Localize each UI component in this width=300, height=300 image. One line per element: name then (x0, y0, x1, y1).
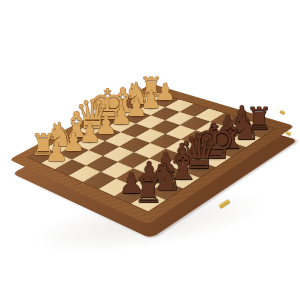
piece-white-pawn-e2: ♟ (110, 104, 132, 129)
piece-contact-shadow (155, 187, 176, 193)
piece-black-queen-d8: ♛ (179, 131, 220, 176)
piece-white-rook-a1: ♜ (30, 130, 57, 160)
piece-contact-shadow (187, 165, 212, 172)
piece-contact-shadow (144, 106, 157, 110)
piece-black-pawn-e7: ♟ (186, 130, 210, 157)
piece-contact-shadow (49, 158, 63, 162)
piece-contact-shadow (141, 180, 157, 184)
piece-contact-shadow (158, 170, 173, 174)
pieces-layer: ♜♞♝♛♚♝♞♜♟♟♟♟♟♟♟♟♟♟♟♟♟♟♟♟♜♞♝♛♚♝♞♜ (0, 0, 300, 300)
piece-contact-shadow (35, 152, 51, 156)
piece-contact-shadow (251, 127, 268, 132)
piece-black-knight-g8: ♞ (229, 110, 260, 145)
piece-black-pawn-a7: ♟ (119, 170, 145, 199)
piece-contact-shadow (130, 114, 143, 118)
piece-black-pawn-c7: ♟ (153, 149, 178, 177)
piece-white-pawn-f2: ♟ (125, 96, 147, 120)
piece-black-pawn-h7: ♟ (230, 103, 253, 129)
piece-contact-shadow (144, 94, 159, 98)
piece-white-pawn-b2: ♟ (62, 130, 85, 156)
piece-contact-shadow (96, 116, 119, 122)
piece-contact-shadow (67, 134, 87, 139)
piece-contact-shadow (81, 125, 103, 131)
piece-contact-shadow (129, 101, 146, 106)
piece-contact-shadow (220, 131, 234, 135)
piece-contact-shadow (124, 191, 140, 195)
piece-contact-shadow (235, 122, 249, 126)
piece-contact-shadow (174, 160, 189, 164)
piece-black-pawn-g7: ♟ (216, 112, 239, 138)
piece-black-rook-h8: ♜ (245, 105, 272, 135)
piece-white-bishop-f1: ♝ (107, 83, 137, 117)
piece-contact-shadow (235, 136, 254, 141)
piece-contact-shadow (219, 145, 240, 151)
piece-white-queen-d1: ♛ (74, 95, 110, 135)
piece-black-knight-b8: ♞ (149, 158, 183, 196)
piece-white-knight-b1: ♞ (45, 118, 75, 151)
piece-contact-shadow (115, 123, 129, 127)
piece-black-pawn-d7: ♟ (170, 139, 195, 167)
piece-white-rook-h1: ♜ (139, 74, 163, 101)
piece-white-pawn-g2: ♟ (140, 89, 161, 113)
piece-contact-shadow (139, 198, 158, 203)
piece-black-king-e8: ♚ (193, 118, 236, 166)
piece-black-bishop-c8: ♝ (164, 145, 200, 186)
piece-black-pawn-f7: ♟ (201, 121, 225, 148)
piece-contact-shadow (99, 131, 113, 135)
piece-white-pawn-d2: ♟ (95, 113, 117, 138)
piece-white-pawn-h2: ♟ (154, 81, 175, 105)
piece-white-pawn-c2: ♟ (79, 121, 102, 146)
product-photo: ♜♞♝♛♚♝♞♜♟♟♟♟♟♟♟♟♟♟♟♟♟♟♟♟♜♞♝♛♚♝♞♜ (0, 0, 300, 300)
piece-contact-shadow (190, 150, 205, 154)
piece-black-rook-a8: ♜ (133, 173, 164, 207)
piece-white-pawn-a2: ♟ (45, 139, 69, 165)
piece-black-bishop-f8: ♝ (213, 116, 248, 155)
piece-contact-shadow (51, 143, 69, 148)
piece-contact-shadow (66, 149, 80, 153)
piece-contact-shadow (113, 109, 132, 114)
piece-white-bishop-c1: ♝ (61, 107, 93, 143)
piece-contact-shadow (172, 176, 194, 182)
piece-contact-shadow (202, 154, 228, 161)
piece-black-pawn-b7: ♟ (136, 159, 161, 187)
piece-white-king-e1: ♚ (89, 85, 127, 127)
piece-contact-shadow (159, 98, 172, 102)
piece-contact-shadow (206, 140, 221, 144)
piece-contact-shadow (83, 140, 97, 144)
piece-white-knight-g1: ♞ (123, 78, 151, 109)
